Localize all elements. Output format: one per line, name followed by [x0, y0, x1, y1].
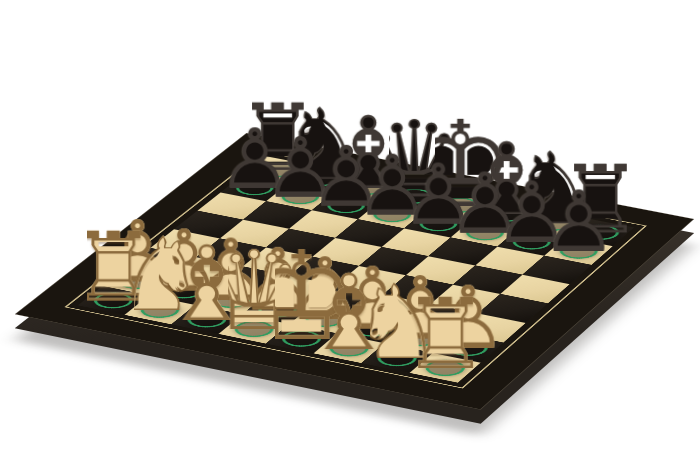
piece-white-rook-h1: ♜♖	[418, 212, 471, 366]
chess-set-photo: ♜♖♞♘♝♗♛♕♚♔♝♗♞♘♜♖♟♙♟♙♟♙♟♙♟♙♟♙♟♙♟♙♟♙♟♙♟♙♟♙…	[0, 0, 700, 460]
chessboard: ♜♖♞♘♝♗♛♕♚♔♝♗♞♘♜♖♟♙♟♙♟♙♟♙♟♙♟♙♟♙♟♙♟♙♟♙♟♙♟♙…	[15, 133, 694, 410]
piece-black-pawn-h7: ♟♙	[553, 100, 605, 249]
